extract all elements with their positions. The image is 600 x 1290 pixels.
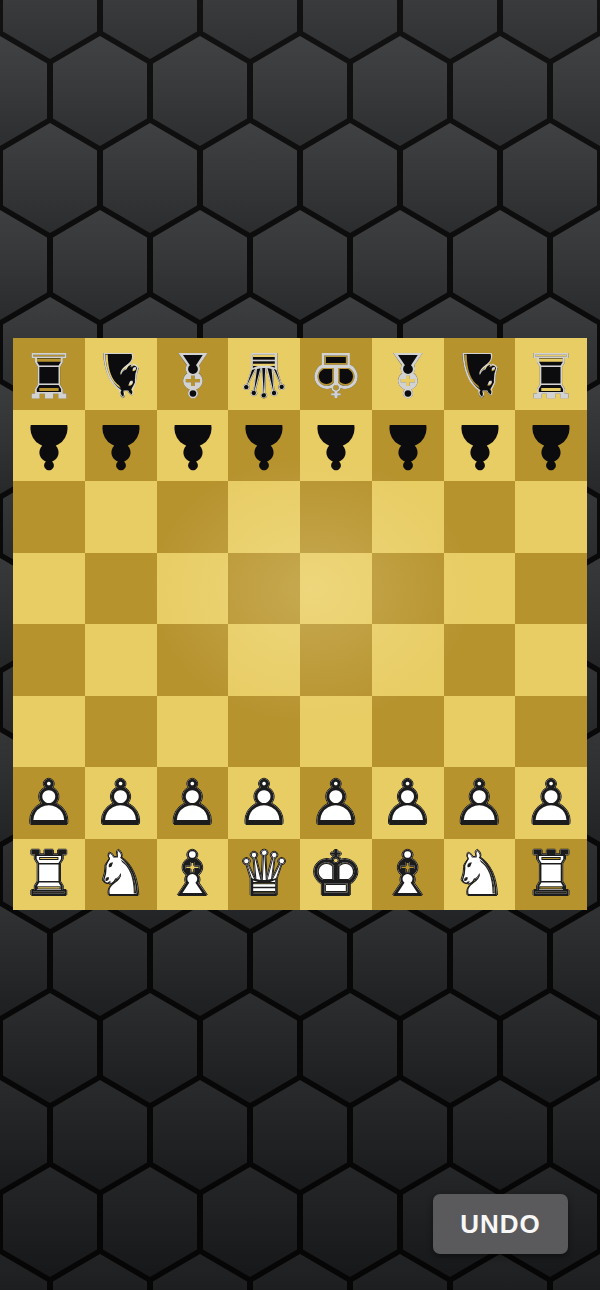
hexagon-tile	[253, 36, 347, 146]
piece-glyph-outline: ♖	[13, 338, 85, 410]
hexagon-tile	[303, 993, 397, 1103]
square-g8[interactable]: ♞♘	[444, 338, 516, 410]
hexagon-tile	[53, 906, 147, 1016]
piece-white-pawn: ♟♙	[85, 767, 157, 839]
square-f5[interactable]	[372, 553, 444, 625]
square-d2[interactable]: ♟♙	[228, 767, 300, 839]
square-g1[interactable]: ♞♘	[444, 839, 516, 911]
square-g5[interactable]	[444, 553, 516, 625]
piece-black-rook: ♜♖	[515, 338, 587, 410]
hexagon-tile	[3, 993, 97, 1103]
hexagon-tile	[353, 1080, 447, 1190]
square-d8[interactable]: ♛♕	[228, 338, 300, 410]
piece-black-knight: ♞♘	[85, 338, 157, 410]
piece-black-bishop: ♝♗	[372, 338, 444, 410]
hexagon-tile	[453, 36, 547, 146]
square-a1[interactable]: ♜♖	[13, 839, 85, 911]
square-b2[interactable]: ♟♙	[85, 767, 157, 839]
hexagon-tile	[3, 1167, 97, 1277]
square-e6[interactable]	[300, 481, 372, 553]
square-h3[interactable]	[515, 696, 587, 768]
piece-white-king: ♚♔	[300, 839, 372, 911]
square-h1[interactable]: ♜♖	[515, 839, 587, 911]
piece-glyph-outline: ♗	[157, 338, 229, 410]
piece-white-pawn: ♟♙	[157, 767, 229, 839]
piece-glyph-outline: ♙	[300, 767, 372, 839]
app-screen: ♜♖♞♘♝♗♛♕♚♔♝♗♞♘♜♖♟♙♟♙♟♙♟♙♟♙♟♙♟♙♟♙♟♙♟♙♟♙♟♙…	[0, 0, 600, 1290]
piece-glyph-outline: ♙	[444, 767, 516, 839]
piece-glyph-outline: ♙	[85, 767, 157, 839]
square-c8[interactable]: ♝♗	[157, 338, 229, 410]
square-e1[interactable]: ♚♔	[300, 839, 372, 911]
square-b7[interactable]: ♟♙	[85, 410, 157, 482]
square-a3[interactable]	[13, 696, 85, 768]
square-d7[interactable]: ♟♙	[228, 410, 300, 482]
hexagon-tile	[3, 123, 97, 233]
hexagon-tile	[203, 123, 297, 233]
hexagon-tile	[403, 993, 497, 1103]
piece-glyph-outline: ♔	[300, 338, 372, 410]
square-c1[interactable]: ♝♗	[157, 839, 229, 911]
hexagon-tile	[53, 210, 147, 320]
hexagon-tile	[253, 906, 347, 1016]
piece-white-rook: ♜♖	[13, 839, 85, 911]
piece-white-rook: ♜♖	[515, 839, 587, 911]
square-b5[interactable]	[85, 553, 157, 625]
hexagon-tile	[103, 993, 197, 1103]
square-f7[interactable]: ♟♙	[372, 410, 444, 482]
square-g3[interactable]	[444, 696, 516, 768]
square-e4[interactable]	[300, 624, 372, 696]
piece-glyph-outline: ♔	[300, 839, 372, 911]
piece-white-knight: ♞♘	[444, 839, 516, 911]
square-g7[interactable]: ♟♙	[444, 410, 516, 482]
square-d1[interactable]: ♛♕	[228, 839, 300, 911]
hexagon-tile	[453, 1080, 547, 1190]
hexagon-tile	[53, 1080, 147, 1190]
piece-glyph-outline: ♘	[85, 338, 157, 410]
hexagon-tile	[153, 906, 247, 1016]
piece-glyph-outline: ♙	[157, 767, 229, 839]
square-a2[interactable]: ♟♙	[13, 767, 85, 839]
square-e2[interactable]: ♟♙	[300, 767, 372, 839]
piece-glyph-fill: ♟	[85, 410, 157, 482]
square-c3[interactable]	[157, 696, 229, 768]
piece-black-pawn: ♟♙	[372, 410, 444, 482]
hexagon-tile	[103, 123, 197, 233]
piece-glyph-outline: ♗	[157, 839, 229, 911]
piece-white-queen: ♛♕	[228, 839, 300, 911]
piece-glyph-fill: ♟	[13, 410, 85, 482]
piece-white-bishop: ♝♗	[372, 839, 444, 911]
square-a5[interactable]	[13, 553, 85, 625]
piece-white-bishop: ♝♗	[157, 839, 229, 911]
piece-glyph-fill: ♟	[515, 410, 587, 482]
hexagon-tile	[353, 36, 447, 146]
piece-glyph-outline: ♙	[372, 767, 444, 839]
square-c4[interactable]	[157, 624, 229, 696]
piece-glyph-outline: ♙	[515, 767, 587, 839]
piece-black-pawn: ♟♙	[85, 410, 157, 482]
square-f8[interactable]: ♝♗	[372, 338, 444, 410]
hexagon-tile	[403, 123, 497, 233]
hexagon-tile	[253, 210, 347, 320]
piece-glyph-outline: ♗	[372, 839, 444, 911]
square-c5[interactable]	[157, 553, 229, 625]
piece-black-pawn: ♟♙	[444, 410, 516, 482]
square-g4[interactable]	[444, 624, 516, 696]
square-d4[interactable]	[228, 624, 300, 696]
piece-black-king: ♚♔	[300, 338, 372, 410]
hexagon-tile	[303, 123, 397, 233]
square-h8[interactable]: ♜♖	[515, 338, 587, 410]
hexagon-tile	[303, 1167, 397, 1277]
square-g2[interactable]: ♟♙	[444, 767, 516, 839]
undo-button[interactable]: UNDO	[433, 1194, 568, 1254]
piece-white-knight: ♞♘	[85, 839, 157, 911]
hexagon-tile	[203, 1167, 297, 1277]
piece-white-pawn: ♟♙	[228, 767, 300, 839]
piece-glyph-fill: ♟	[228, 410, 300, 482]
chess-board: ♜♖♞♘♝♗♛♕♚♔♝♗♞♘♜♖♟♙♟♙♟♙♟♙♟♙♟♙♟♙♟♙♟♙♟♙♟♙♟♙…	[13, 338, 587, 910]
hexagon-tile	[353, 210, 447, 320]
hexagon-tile	[153, 210, 247, 320]
piece-black-pawn: ♟♙	[228, 410, 300, 482]
hexagon-tile	[353, 906, 447, 1016]
piece-glyph-outline: ♖	[13, 839, 85, 911]
piece-glyph-outline: ♕	[228, 839, 300, 911]
piece-glyph-fill: ♟	[372, 410, 444, 482]
square-h6[interactable]	[515, 481, 587, 553]
square-b4[interactable]	[85, 624, 157, 696]
piece-white-pawn: ♟♙	[13, 767, 85, 839]
hexagon-tile	[203, 993, 297, 1103]
square-g6[interactable]	[444, 481, 516, 553]
square-c2[interactable]: ♟♙	[157, 767, 229, 839]
square-h5[interactable]	[515, 553, 587, 625]
hexagon-tile	[103, 1167, 197, 1277]
square-e7[interactable]: ♟♙	[300, 410, 372, 482]
piece-white-pawn: ♟♙	[372, 767, 444, 839]
hexagon-tile	[453, 906, 547, 1016]
square-c7[interactable]: ♟♙	[157, 410, 229, 482]
piece-glyph-outline: ♙	[13, 767, 85, 839]
hexagon-tile	[253, 1080, 347, 1190]
square-a7[interactable]: ♟♙	[13, 410, 85, 482]
square-d6[interactable]	[228, 481, 300, 553]
square-b1[interactable]: ♞♘	[85, 839, 157, 911]
piece-glyph-fill: ♟	[444, 410, 516, 482]
square-f1[interactable]: ♝♗	[372, 839, 444, 911]
hexagon-tile	[53, 36, 147, 146]
piece-black-pawn: ♟♙	[515, 410, 587, 482]
piece-black-knight: ♞♘	[444, 338, 516, 410]
piece-black-pawn: ♟♙	[13, 410, 85, 482]
square-f2[interactable]: ♟♙	[372, 767, 444, 839]
square-f6[interactable]	[372, 481, 444, 553]
square-b6[interactable]	[85, 481, 157, 553]
square-a6[interactable]	[13, 481, 85, 553]
piece-glyph-outline: ♘	[85, 839, 157, 911]
square-b8[interactable]: ♞♘	[85, 338, 157, 410]
piece-black-rook: ♜♖	[13, 338, 85, 410]
piece-white-pawn: ♟♙	[300, 767, 372, 839]
hexagon-tile	[453, 210, 547, 320]
hexagon-tile	[503, 993, 597, 1103]
piece-glyph-outline: ♙	[228, 767, 300, 839]
square-a8[interactable]: ♜♖	[13, 338, 85, 410]
piece-glyph-outline: ♖	[515, 338, 587, 410]
square-c6[interactable]	[157, 481, 229, 553]
piece-black-bishop: ♝♗	[157, 338, 229, 410]
piece-black-pawn: ♟♙	[300, 410, 372, 482]
piece-glyph-outline: ♘	[444, 839, 516, 911]
piece-glyph-outline: ♖	[515, 839, 587, 911]
piece-black-queen: ♛♕	[228, 338, 300, 410]
square-e3[interactable]	[300, 696, 372, 768]
square-h7[interactable]: ♟♙	[515, 410, 587, 482]
square-f3[interactable]	[372, 696, 444, 768]
square-h4[interactable]	[515, 624, 587, 696]
piece-glyph-outline: ♕	[228, 338, 300, 410]
square-e8[interactable]: ♚♔	[300, 338, 372, 410]
hexagon-tile	[153, 36, 247, 146]
piece-glyph-fill: ♟	[157, 410, 229, 482]
piece-black-pawn: ♟♙	[157, 410, 229, 482]
piece-glyph-fill: ♟	[300, 410, 372, 482]
piece-white-pawn: ♟♙	[444, 767, 516, 839]
piece-white-pawn: ♟♙	[515, 767, 587, 839]
square-h2[interactable]: ♟♙	[515, 767, 587, 839]
square-d5[interactable]	[228, 553, 300, 625]
piece-glyph-outline: ♗	[372, 338, 444, 410]
square-b3[interactable]	[85, 696, 157, 768]
square-d3[interactable]	[228, 696, 300, 768]
piece-glyph-outline: ♘	[444, 338, 516, 410]
square-e5[interactable]	[300, 553, 372, 625]
square-f4[interactable]	[372, 624, 444, 696]
hexagon-tile	[503, 123, 597, 233]
square-a4[interactable]	[13, 624, 85, 696]
hexagon-tile	[153, 1080, 247, 1190]
